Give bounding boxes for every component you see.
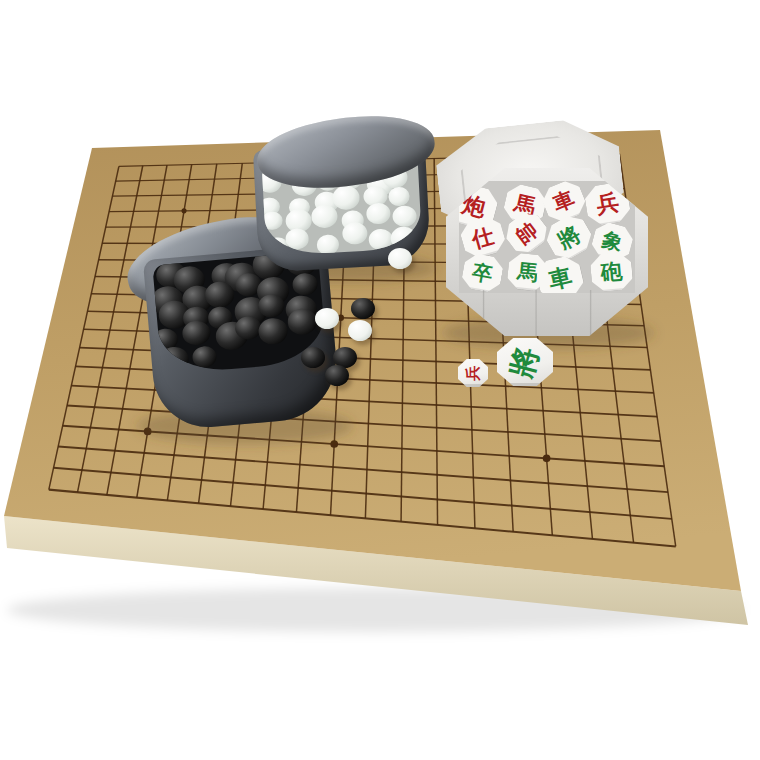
bowl-stone (316, 234, 340, 255)
bowl-stone (388, 187, 410, 207)
bowl-stone (261, 211, 282, 231)
go-stone-white[interactable] (315, 308, 339, 329)
bowl-stone (390, 226, 417, 250)
bowl-stone (257, 317, 288, 345)
bowl-stone (368, 228, 393, 250)
bowl-stone (287, 308, 318, 336)
bowl-stone (191, 345, 217, 369)
black-stone-bowl[interactable] (143, 244, 341, 431)
bowl-stone (291, 272, 318, 296)
xiangqi-piece: 卒 (460, 252, 505, 293)
xiangqi-piece-兵[interactable]: 兵 (458, 359, 488, 387)
go-stone-black[interactable] (325, 365, 349, 386)
xiangqi-piece-將[interactable]: 將 (497, 338, 553, 386)
bowl-stone (257, 293, 285, 318)
bowl-stone (332, 185, 360, 210)
xiangqi-box[interactable]: 炮馬車兵仕帥將象卒馬車砲 (446, 168, 648, 336)
go-stone-black[interactable] (301, 347, 325, 368)
xiangqi-piece: 帥 (501, 207, 554, 259)
xiangqi-piece: 砲 (589, 251, 633, 292)
piece-character: 兵 (464, 366, 483, 381)
go-stone-white[interactable] (388, 248, 412, 269)
xiangqi-box-opening: 炮馬車兵仕帥將象卒馬車砲 (459, 181, 635, 293)
bowl-stone (159, 345, 189, 372)
bowl-stone (366, 202, 391, 224)
xiangqi-piece: 將 (541, 210, 597, 265)
xiangqi-piece: 車 (534, 253, 586, 293)
bowl-stone (342, 222, 368, 245)
bowl-stone (392, 205, 417, 227)
piece-character: 將 (501, 342, 548, 382)
go-stone-black[interactable] (351, 298, 375, 319)
scene: 炮馬車兵仕帥將象卒馬車砲 兵將 (0, 0, 760, 760)
bowl-stone (182, 320, 212, 347)
go-stone-white[interactable] (348, 320, 372, 341)
bowl-stone (285, 228, 309, 250)
go-board[interactable] (0, 0, 760, 760)
